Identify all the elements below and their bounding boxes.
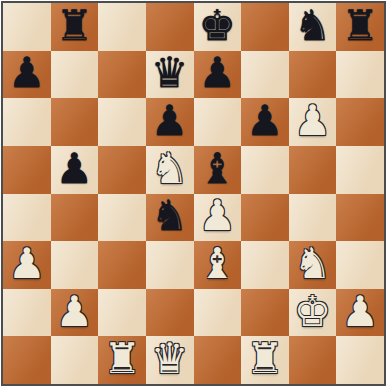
- square-g4[interactable]: [289, 194, 337, 242]
- square-c4[interactable]: [98, 194, 146, 242]
- piece-white-pawn[interactable]: ♟: [8, 243, 46, 285]
- square-b7[interactable]: [51, 51, 99, 99]
- square-d5[interactable]: ♞: [146, 146, 194, 194]
- piece-white-pawn[interactable]: ♟: [341, 291, 379, 333]
- square-b1[interactable]: [51, 336, 99, 384]
- square-b2[interactable]: ♟: [51, 289, 99, 337]
- square-h4[interactable]: [336, 194, 384, 242]
- square-b3[interactable]: [51, 241, 99, 289]
- square-h3[interactable]: [336, 241, 384, 289]
- piece-white-knight[interactable]: ♞: [294, 243, 332, 285]
- square-e3[interactable]: ♝: [194, 241, 242, 289]
- piece-black-queen[interactable]: ♛: [151, 52, 189, 94]
- square-a7[interactable]: ♟: [3, 51, 51, 99]
- square-e1[interactable]: [194, 336, 242, 384]
- square-d3[interactable]: [146, 241, 194, 289]
- square-e2[interactable]: [194, 289, 242, 337]
- square-f1[interactable]: ♜: [241, 336, 289, 384]
- square-a8[interactable]: [3, 3, 51, 51]
- piece-black-bishop[interactable]: ♝: [198, 148, 236, 190]
- piece-black-pawn[interactable]: ♟: [151, 100, 189, 142]
- square-g6[interactable]: ♟: [289, 98, 337, 146]
- square-b5[interactable]: ♟: [51, 146, 99, 194]
- square-f4[interactable]: [241, 194, 289, 242]
- square-d7[interactable]: ♛: [146, 51, 194, 99]
- square-d4[interactable]: ♞: [146, 194, 194, 242]
- square-c7[interactable]: [98, 51, 146, 99]
- square-h5[interactable]: [336, 146, 384, 194]
- square-g1[interactable]: [289, 336, 337, 384]
- square-f2[interactable]: [241, 289, 289, 337]
- piece-black-pawn[interactable]: ♟: [246, 100, 284, 142]
- square-f5[interactable]: [241, 146, 289, 194]
- square-d1[interactable]: ♛: [146, 336, 194, 384]
- piece-black-king[interactable]: ♚: [198, 5, 236, 47]
- piece-black-rook[interactable]: ♜: [56, 5, 94, 47]
- square-h1[interactable]: [336, 336, 384, 384]
- chessboard-frame: ♜♚♞♜♟♛♟♟♟♟♟♞♝♞♟♟♝♞♟♚♟♜♛♜: [0, 0, 387, 387]
- square-b8[interactable]: ♜: [51, 3, 99, 51]
- square-a2[interactable]: [3, 289, 51, 337]
- square-e8[interactable]: ♚: [194, 3, 242, 51]
- square-g5[interactable]: [289, 146, 337, 194]
- square-d8[interactable]: [146, 3, 194, 51]
- chessboard: ♜♚♞♜♟♛♟♟♟♟♟♞♝♞♟♟♝♞♟♚♟♜♛♜: [3, 3, 384, 384]
- square-e5[interactable]: ♝: [194, 146, 242, 194]
- piece-black-pawn[interactable]: ♟: [198, 52, 236, 94]
- piece-white-pawn[interactable]: ♟: [198, 195, 236, 237]
- square-c3[interactable]: [98, 241, 146, 289]
- square-c5[interactable]: [98, 146, 146, 194]
- piece-black-knight[interactable]: ♞: [294, 5, 332, 47]
- piece-black-rook[interactable]: ♜: [341, 5, 379, 47]
- piece-black-pawn[interactable]: ♟: [56, 148, 94, 190]
- piece-white-rook[interactable]: ♜: [103, 338, 141, 380]
- square-g7[interactable]: [289, 51, 337, 99]
- square-h2[interactable]: ♟: [336, 289, 384, 337]
- piece-white-queen[interactable]: ♛: [151, 338, 189, 380]
- square-d6[interactable]: ♟: [146, 98, 194, 146]
- square-g2[interactable]: ♚: [289, 289, 337, 337]
- piece-white-pawn[interactable]: ♟: [294, 100, 332, 142]
- square-h6[interactable]: [336, 98, 384, 146]
- square-c2[interactable]: [98, 289, 146, 337]
- square-h7[interactable]: [336, 51, 384, 99]
- piece-black-pawn[interactable]: ♟: [8, 52, 46, 94]
- square-a1[interactable]: [3, 336, 51, 384]
- chessboard-border: ♜♚♞♜♟♛♟♟♟♟♟♞♝♞♟♟♝♞♟♚♟♜♛♜: [1, 1, 386, 386]
- square-f3[interactable]: [241, 241, 289, 289]
- piece-white-bishop[interactable]: ♝: [198, 243, 236, 285]
- square-e6[interactable]: [194, 98, 242, 146]
- piece-white-rook[interactable]: ♜: [246, 338, 284, 380]
- piece-white-knight[interactable]: ♞: [151, 148, 189, 190]
- piece-white-pawn[interactable]: ♟: [56, 291, 94, 333]
- square-g3[interactable]: ♞: [289, 241, 337, 289]
- square-d2[interactable]: [146, 289, 194, 337]
- square-c1[interactable]: ♜: [98, 336, 146, 384]
- square-b4[interactable]: [51, 194, 99, 242]
- square-c6[interactable]: [98, 98, 146, 146]
- square-f6[interactable]: ♟: [241, 98, 289, 146]
- square-e7[interactable]: ♟: [194, 51, 242, 99]
- square-b6[interactable]: [51, 98, 99, 146]
- square-g8[interactable]: ♞: [289, 3, 337, 51]
- piece-black-knight[interactable]: ♞: [151, 195, 189, 237]
- square-a4[interactable]: [3, 194, 51, 242]
- square-h8[interactable]: ♜: [336, 3, 384, 51]
- piece-white-king[interactable]: ♚: [294, 291, 332, 333]
- square-f8[interactable]: [241, 3, 289, 51]
- square-a6[interactable]: [3, 98, 51, 146]
- square-c8[interactable]: [98, 3, 146, 51]
- square-a3[interactable]: ♟: [3, 241, 51, 289]
- square-a5[interactable]: [3, 146, 51, 194]
- square-e4[interactable]: ♟: [194, 194, 242, 242]
- square-f7[interactable]: [241, 51, 289, 99]
